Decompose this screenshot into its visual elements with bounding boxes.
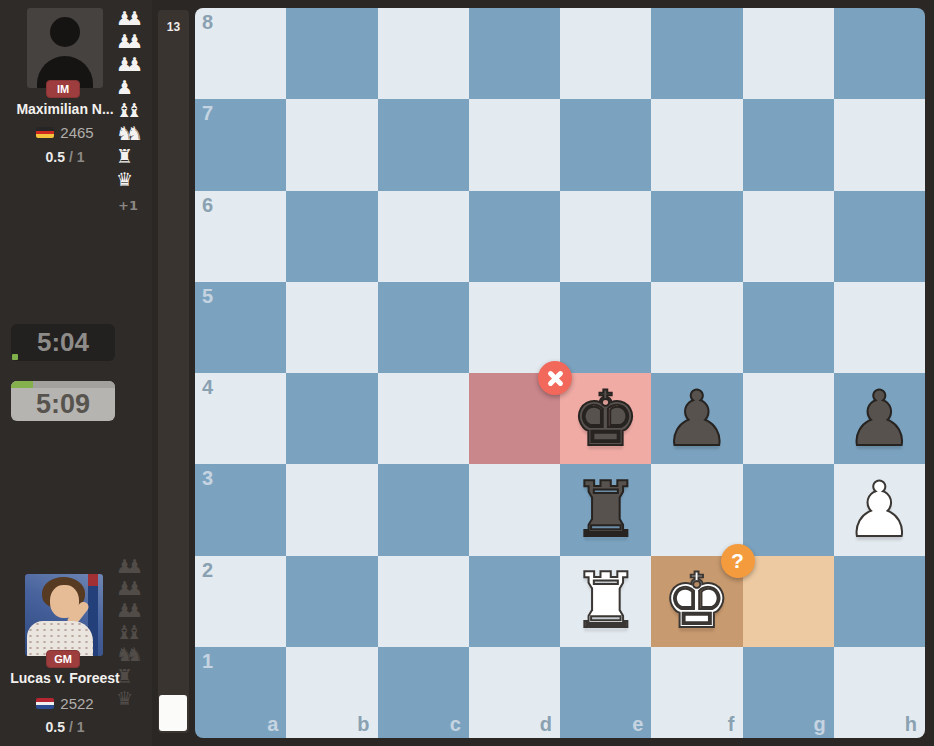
germany-flag-icon	[36, 127, 54, 138]
material-advantage: +1	[116, 198, 152, 213]
square-d8[interactable]	[469, 8, 560, 99]
square-h2[interactable]	[834, 556, 925, 647]
netherlands-flag-icon	[36, 698, 54, 709]
coord-file-b: b	[357, 713, 369, 736]
square-h4[interactable]: ♟	[834, 373, 925, 464]
square-b6[interactable]	[286, 191, 377, 282]
square-a8[interactable]: 8	[195, 8, 286, 99]
badge-blunder-icon	[538, 361, 572, 395]
coord-rank-8: 8	[202, 11, 213, 34]
rating-bottom: 2522	[60, 695, 93, 712]
square-a2[interactable]: 2	[195, 556, 286, 647]
square-h3[interactable]: ♟	[834, 464, 925, 555]
square-g4[interactable]	[743, 373, 834, 464]
square-h1[interactable]: h	[834, 647, 925, 738]
square-c8[interactable]	[378, 8, 469, 99]
square-e2[interactable]: ♜	[560, 556, 651, 647]
clock-progress-bar	[11, 381, 115, 388]
chess-broadcast-app: IM Maximilian N... 2465 0.5 / 1 ♟♟ ♟♟ ♟♟…	[0, 0, 934, 746]
square-a7[interactable]: 7	[195, 99, 286, 190]
square-e5[interactable]	[560, 282, 651, 373]
square-d2[interactable]	[469, 556, 560, 647]
square-f4[interactable]: ♟	[651, 373, 742, 464]
rating-row-top: 2465	[0, 124, 130, 141]
square-f3[interactable]	[651, 464, 742, 555]
piece-bP-f4[interactable]: ♟	[651, 373, 742, 464]
avatar-top-placeholder	[27, 8, 103, 88]
piece-wR-e2[interactable]: ♜	[560, 556, 651, 647]
piece-bK-e4[interactable]: ♚	[560, 373, 651, 464]
square-g3[interactable]	[743, 464, 834, 555]
square-f1[interactable]: f	[651, 647, 742, 738]
square-b2[interactable]	[286, 556, 377, 647]
square-e4[interactable]: ♚	[560, 373, 651, 464]
score-value-top: 0.5	[46, 149, 65, 165]
square-h5[interactable]	[834, 282, 925, 373]
coord-rank-3: 3	[202, 467, 213, 490]
captured-row: ♛	[116, 687, 152, 709]
coord-rank-6: 6	[202, 194, 213, 217]
square-g7[interactable]	[743, 99, 834, 190]
captured-row: ♞♞	[116, 643, 152, 665]
coord-rank-5: 5	[202, 285, 213, 308]
coord-rank-7: 7	[202, 102, 213, 125]
board: 87654♚♟♟3♜♟2♜♚1abcdefgh?	[195, 8, 925, 738]
square-a4[interactable]: 4	[195, 373, 286, 464]
square-b4[interactable]	[286, 373, 377, 464]
clock-progress-fill	[11, 381, 33, 388]
score-top: 0.5 / 1	[0, 149, 130, 165]
badge-mistake-icon: ?	[721, 544, 755, 578]
coord-file-c: c	[450, 713, 461, 736]
square-b5[interactable]	[286, 282, 377, 373]
square-d3[interactable]	[469, 464, 560, 555]
square-c5[interactable]	[378, 282, 469, 373]
coord-file-a: a	[267, 713, 278, 736]
square-c3[interactable]	[378, 464, 469, 555]
avatar-silhouette-head	[50, 17, 80, 47]
sidebar: IM Maximilian N... 2465 0.5 / 1 ♟♟ ♟♟ ♟♟…	[0, 0, 152, 746]
square-b1[interactable]: b	[286, 647, 377, 738]
captured-row: ♝♝	[116, 99, 152, 122]
square-c1[interactable]: c	[378, 647, 469, 738]
square-e7[interactable]	[560, 99, 651, 190]
eval-bar	[158, 10, 189, 733]
square-c2[interactable]	[378, 556, 469, 647]
captured-row: ♟♟	[116, 555, 152, 577]
captured-pieces-top: ♟♟ ♟♟ ♟♟ ♟ ♝♝ ♞♞ ♜ ♛ +1	[116, 7, 152, 213]
square-e6[interactable]	[560, 191, 651, 282]
coord-file-e: e	[632, 713, 643, 736]
captured-row: ♝♝	[116, 621, 152, 643]
clock-top-time: 5:04	[37, 327, 89, 357]
square-b7[interactable]	[286, 99, 377, 190]
increment-indicator-icon	[12, 354, 18, 360]
clock-top-player: 5:04	[11, 324, 115, 361]
square-a3[interactable]: 3	[195, 464, 286, 555]
captured-row: ♟	[116, 76, 152, 99]
square-g5[interactable]	[743, 282, 834, 373]
square-g8[interactable]	[743, 8, 834, 99]
square-h8[interactable]	[834, 8, 925, 99]
captured-row: ♜	[116, 145, 152, 168]
square-b3[interactable]	[286, 464, 377, 555]
square-d5[interactable]	[469, 282, 560, 373]
square-a6[interactable]: 6	[195, 191, 286, 282]
score-bottom: 0.5 / 1	[0, 719, 130, 735]
coord-rank-4: 4	[202, 376, 213, 399]
square-g2[interactable]	[743, 556, 834, 647]
coord-file-f: f	[728, 713, 735, 736]
score-value-bottom: 0.5	[46, 719, 65, 735]
square-f7[interactable]	[651, 99, 742, 190]
square-c4[interactable]	[378, 373, 469, 464]
square-d7[interactable]	[469, 99, 560, 190]
player-name-bottom: Lucas v. Foreest	[0, 670, 130, 686]
captured-row: ♟♟	[116, 30, 152, 53]
captured-row: ♟♟	[116, 7, 152, 30]
captured-row: ♟♟	[116, 577, 152, 599]
piece-bR-e3[interactable]: ♜	[560, 464, 651, 555]
captured-row: ♟♟	[116, 53, 152, 76]
score-total-bottom: / 1	[69, 719, 85, 735]
captured-pieces-bottom: ♟♟ ♟♟ ♟♟ ♝♝ ♞♞ ♜ ♛	[116, 555, 152, 709]
square-c6[interactable]	[378, 191, 469, 282]
captured-row: ♞♞	[116, 122, 152, 145]
square-f8[interactable]	[651, 8, 742, 99]
square-h7[interactable]	[834, 99, 925, 190]
square-a1[interactable]: 1a	[195, 647, 286, 738]
piece-bP-h4[interactable]: ♟	[834, 373, 925, 464]
avatar-bottom-photo	[25, 574, 103, 656]
square-d1[interactable]: d	[469, 647, 560, 738]
square-g6[interactable]	[743, 191, 834, 282]
eval-label: 13	[158, 20, 189, 34]
score-total-top: / 1	[69, 149, 85, 165]
title-badge-top: IM	[46, 80, 80, 98]
rating-row-bottom: 2522	[0, 695, 130, 712]
square-c7[interactable]	[378, 99, 469, 190]
player-name-top: Maximilian N...	[0, 101, 130, 117]
eval-bar-white	[159, 695, 187, 731]
square-f6[interactable]	[651, 191, 742, 282]
coord-rank-2: 2	[202, 559, 213, 582]
coord-file-d: d	[540, 713, 552, 736]
square-h6[interactable]	[834, 191, 925, 282]
square-b8[interactable]	[286, 8, 377, 99]
coord-file-h: h	[905, 713, 917, 736]
square-e8[interactable]	[560, 8, 651, 99]
captured-row: ♟♟	[116, 599, 152, 621]
coord-file-g: g	[814, 713, 826, 736]
square-f5[interactable]	[651, 282, 742, 373]
square-d6[interactable]	[469, 191, 560, 282]
square-a5[interactable]: 5	[195, 282, 286, 373]
square-e1[interactable]: e	[560, 647, 651, 738]
piece-wP-h3[interactable]: ♟	[834, 464, 925, 555]
title-badge-bottom: GM	[46, 650, 80, 668]
captured-row: ♜	[116, 665, 152, 687]
square-e3[interactable]: ♜	[560, 464, 651, 555]
clock-bottom-time: 5:09	[36, 389, 90, 419]
rating-top: 2465	[60, 124, 93, 141]
clock-bottom-player-active: 5:09	[11, 381, 115, 421]
square-g1[interactable]: g	[743, 647, 834, 738]
coord-rank-1: 1	[202, 650, 213, 673]
captured-row: ♛	[116, 168, 152, 191]
